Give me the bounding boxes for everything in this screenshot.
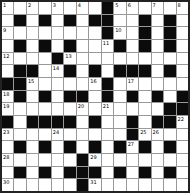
cell-r2c11[interactable] xyxy=(127,15,138,27)
cell-r2c1[interactable] xyxy=(2,15,13,27)
cell-r9c4[interactable] xyxy=(39,103,50,115)
cell-r12c2-black xyxy=(14,141,25,153)
cell-r3c15[interactable] xyxy=(177,27,188,39)
cell-r9c1[interactable]: 19 xyxy=(2,103,13,115)
cell-r12c13[interactable] xyxy=(152,141,163,153)
cell-r1c3[interactable]: 2 xyxy=(27,2,38,14)
cell-r3c4[interactable] xyxy=(39,27,50,39)
cell-r13c3[interactable] xyxy=(27,154,38,166)
cell-r11c2[interactable] xyxy=(14,129,25,141)
clue-number: 25 xyxy=(140,129,146,135)
cell-r2c15[interactable] xyxy=(177,15,188,27)
cell-r1c2[interactable] xyxy=(14,2,25,14)
cell-r10c10[interactable] xyxy=(114,116,125,128)
cell-r10c6-black xyxy=(64,116,75,128)
cell-r7c2-black xyxy=(14,78,25,90)
clue-number: 21 xyxy=(103,103,109,109)
cell-r15c13[interactable] xyxy=(152,179,163,191)
cell-r2c14-black xyxy=(164,15,175,27)
cell-r15c4[interactable] xyxy=(39,179,50,191)
cell-r6c9[interactable] xyxy=(102,65,113,77)
cell-r5c7[interactable] xyxy=(77,53,88,65)
cell-r2c10[interactable] xyxy=(114,15,125,27)
cell-r10c4-black xyxy=(39,116,50,128)
clue-number: 9 xyxy=(3,27,6,33)
cell-r8c3[interactable] xyxy=(27,91,38,103)
crossword-grid: 1234567891011121314151617181920212223242… xyxy=(0,0,190,193)
cell-r14c3[interactable] xyxy=(27,167,38,179)
clue-number: 23 xyxy=(3,129,9,135)
cell-r10c13-black xyxy=(152,116,163,128)
clue-number: 6 xyxy=(128,2,131,8)
cell-r14c15[interactable] xyxy=(177,167,188,179)
cell-r7c9-black xyxy=(102,78,113,90)
clue-number: 3 xyxy=(53,2,56,8)
cell-r7c14[interactable] xyxy=(164,78,175,90)
cell-r6c10-black xyxy=(114,65,125,77)
cell-r15c2[interactable] xyxy=(14,179,25,191)
cell-r12c7[interactable] xyxy=(77,141,88,153)
clue-number: 12 xyxy=(3,53,9,59)
cell-r9c7[interactable]: 20 xyxy=(77,103,88,115)
cell-r2c4-black xyxy=(39,15,50,27)
cell-r4c15[interactable] xyxy=(177,40,188,52)
cell-r15c6[interactable] xyxy=(64,179,75,191)
cell-r5c13[interactable] xyxy=(152,53,163,65)
cell-r11c13[interactable]: 26 xyxy=(152,129,163,141)
cell-r12c11[interactable]: 27 xyxy=(127,141,138,153)
cell-r5c9[interactable] xyxy=(102,53,113,65)
cell-r11c11-black xyxy=(127,129,138,141)
cell-r4c1[interactable] xyxy=(2,40,13,52)
cell-r1c11[interactable]: 6 xyxy=(127,2,138,14)
cell-r12c10-black xyxy=(114,141,125,153)
cell-r11c14[interactable] xyxy=(164,129,175,141)
clue-number: 14 xyxy=(53,65,59,71)
cell-r10c12[interactable] xyxy=(139,116,150,128)
cell-r9c11[interactable] xyxy=(127,103,138,115)
cell-r1c10[interactable]: 5 xyxy=(114,2,125,14)
clue-number: 10 xyxy=(115,27,121,33)
cell-r4c9[interactable]: 11 xyxy=(102,40,113,52)
clue-number: 20 xyxy=(78,103,84,109)
cell-r6c12-black xyxy=(139,65,150,77)
clue-number: 13 xyxy=(65,53,71,59)
cell-r7c4[interactable] xyxy=(39,78,50,90)
cell-r9c14-black xyxy=(164,103,175,115)
cell-r7c5[interactable] xyxy=(52,78,63,90)
cell-r9c8[interactable] xyxy=(89,103,100,115)
cell-r6c5[interactable]: 14 xyxy=(52,65,63,77)
cell-r1c7[interactable]: 4 xyxy=(77,2,88,14)
cell-r2c7[interactable] xyxy=(77,15,88,27)
cell-r6c8-black xyxy=(89,65,100,77)
cell-r1c12[interactable] xyxy=(139,2,150,14)
cell-r15c11[interactable] xyxy=(127,179,138,191)
cell-r14c12-black xyxy=(139,167,150,179)
cell-r4c12-black xyxy=(139,40,150,52)
cell-r7c11[interactable]: 17 xyxy=(127,78,138,90)
cell-r1c13[interactable]: 7 xyxy=(152,2,163,14)
clue-number: 28 xyxy=(3,154,9,160)
cell-r3c2[interactable] xyxy=(14,27,25,39)
cell-r15c12[interactable] xyxy=(139,179,150,191)
clue-number: 7 xyxy=(153,2,156,8)
cell-r5c15[interactable] xyxy=(177,53,188,65)
cell-r14c1[interactable] xyxy=(2,167,13,179)
cell-r13c2[interactable] xyxy=(14,154,25,166)
clue-number: 8 xyxy=(178,2,181,8)
cell-r9c15-black xyxy=(177,103,188,115)
clue-number: 18 xyxy=(3,91,9,97)
cell-r4c6-black xyxy=(64,40,75,52)
cell-r2c5[interactable] xyxy=(52,15,63,27)
cell-r9c2[interactable] xyxy=(14,103,25,115)
cell-r8c9-black xyxy=(102,91,113,103)
cell-r6c7[interactable] xyxy=(77,65,88,77)
cell-r9c5[interactable] xyxy=(52,103,63,115)
cell-r5c3[interactable] xyxy=(27,53,38,65)
cell-r4c3[interactable] xyxy=(27,40,38,52)
clue-number: 22 xyxy=(178,116,184,122)
cell-r3c13[interactable] xyxy=(152,27,163,39)
cell-r12c6-black xyxy=(64,141,75,153)
cell-r11c5[interactable]: 24 xyxy=(52,129,63,141)
cell-r9c13[interactable] xyxy=(152,103,163,115)
cell-r13c12[interactable] xyxy=(139,154,150,166)
cell-r4c14-black xyxy=(164,40,175,52)
clue-number: 5 xyxy=(115,2,118,8)
cell-r6c6-black xyxy=(64,65,75,77)
cell-r12c5[interactable] xyxy=(52,141,63,153)
cell-r14c6-black xyxy=(64,167,75,179)
cell-r3c12-black xyxy=(139,27,150,39)
cell-r2c9-black xyxy=(102,15,113,27)
cell-r2c13[interactable] xyxy=(152,15,163,27)
cell-r7c1-black xyxy=(2,78,13,90)
cell-r2c12-black xyxy=(139,15,150,27)
cell-r14c2-black xyxy=(14,167,25,179)
cell-r8c7-black xyxy=(77,91,88,103)
cell-r6c2-black xyxy=(14,65,25,77)
cell-r6c1[interactable] xyxy=(2,65,13,77)
cell-r12c1[interactable] xyxy=(2,141,13,153)
cell-r8c14[interactable] xyxy=(164,91,175,103)
cell-r14c13[interactable] xyxy=(152,167,163,179)
cell-r12c8-black xyxy=(89,141,100,153)
cell-r13c6[interactable] xyxy=(64,154,75,166)
cell-r11c15[interactable] xyxy=(177,129,188,141)
cell-r13c15[interactable] xyxy=(177,154,188,166)
cell-r6c15[interactable] xyxy=(177,65,188,77)
cell-r9c12[interactable] xyxy=(139,103,150,115)
clue-number: 27 xyxy=(128,141,134,147)
cell-r4c2-black xyxy=(14,40,25,52)
cell-r5c12[interactable] xyxy=(139,53,150,65)
cell-r12c9[interactable] xyxy=(102,141,113,153)
cell-r5c1[interactable]: 12 xyxy=(2,53,13,65)
cell-r15c1[interactable]: 30 xyxy=(2,179,13,191)
cell-r1c15[interactable]: 8 xyxy=(177,2,188,14)
cell-r2c6-black xyxy=(64,15,75,27)
clue-number: 1 xyxy=(3,2,6,8)
cell-r4c7[interactable] xyxy=(77,40,88,52)
cell-r5c2[interactable] xyxy=(14,53,25,65)
cell-r15c10[interactable] xyxy=(114,179,125,191)
cell-r3c7[interactable] xyxy=(77,27,88,39)
cell-r8c8[interactable] xyxy=(89,91,100,103)
cell-r11c3[interactable] xyxy=(27,129,38,141)
cell-r6c14-black xyxy=(164,65,175,77)
cell-r10c3-black xyxy=(27,116,38,128)
clue-number: 30 xyxy=(3,179,9,185)
cell-r8c5[interactable] xyxy=(52,91,63,103)
cell-r2c8-black xyxy=(89,15,100,27)
clue-number: 26 xyxy=(153,129,159,135)
cell-r11c7[interactable] xyxy=(77,129,88,141)
cell-r3c3[interactable] xyxy=(27,27,38,39)
cell-r2c2-black xyxy=(14,15,25,27)
cell-r14c9[interactable] xyxy=(102,167,113,179)
cell-r5c14[interactable] xyxy=(164,53,175,65)
cell-r15c7-black xyxy=(77,179,88,191)
cell-r14c4-black xyxy=(39,167,50,179)
cell-r14c7-black xyxy=(77,167,88,179)
cell-r11c1[interactable]: 23 xyxy=(2,129,13,141)
cell-r5c8[interactable] xyxy=(89,53,100,65)
cell-r14c11[interactable] xyxy=(127,167,138,179)
cell-r7c6[interactable] xyxy=(64,78,75,90)
cell-r3c5[interactable] xyxy=(52,27,63,39)
clue-number: 11 xyxy=(103,40,109,46)
cell-r10c1-black xyxy=(2,116,13,128)
cell-r11c9[interactable] xyxy=(102,129,113,141)
clue-number: 4 xyxy=(78,2,81,8)
cell-r10c9[interactable] xyxy=(102,116,113,128)
cell-r15c9[interactable] xyxy=(102,179,113,191)
cell-r5c4[interactable] xyxy=(39,53,50,65)
cell-r13c11[interactable] xyxy=(127,154,138,166)
cell-r12c4-black xyxy=(39,141,50,153)
cell-r7c10[interactable] xyxy=(114,78,125,90)
cell-r3c1[interactable]: 9 xyxy=(2,27,13,39)
cell-r6c4[interactable] xyxy=(39,65,50,77)
cell-r9c9[interactable]: 21 xyxy=(102,103,113,115)
cell-r10c8-black xyxy=(89,116,100,128)
cell-r1c5[interactable]: 3 xyxy=(52,2,63,14)
cell-r15c14[interactable] xyxy=(164,179,175,191)
clue-number: 17 xyxy=(128,78,134,84)
cell-r5c5-black xyxy=(52,53,63,65)
cell-r1c8[interactable] xyxy=(89,2,100,14)
cell-r7c15[interactable] xyxy=(177,78,188,90)
cell-r10c15[interactable]: 22 xyxy=(177,116,188,128)
cell-r1c1[interactable]: 1 xyxy=(2,2,13,14)
cell-r8c10[interactable] xyxy=(114,91,125,103)
cell-r1c14[interactable] xyxy=(164,2,175,14)
cell-r1c9-black xyxy=(102,2,113,14)
cell-r3c9-black xyxy=(102,27,113,39)
cell-r12c12-black xyxy=(139,141,150,153)
cell-r11c8[interactable] xyxy=(89,129,100,141)
cell-r8c15-black xyxy=(177,91,188,103)
cell-r13c7-black xyxy=(77,154,88,166)
cell-r14c8-black xyxy=(89,167,100,179)
cell-r13c4[interactable] xyxy=(39,154,50,166)
cell-r6c13[interactable] xyxy=(152,65,163,77)
cell-r12c14-black xyxy=(164,141,175,153)
cell-r3c11[interactable] xyxy=(127,27,138,39)
cell-r10c7[interactable] xyxy=(77,116,88,128)
cell-r4c11[interactable] xyxy=(127,40,138,52)
cell-r9c6[interactable] xyxy=(64,103,75,115)
clue-number: 2 xyxy=(28,2,31,8)
cell-r10c2[interactable] xyxy=(14,116,25,128)
cell-r8c13-black xyxy=(152,91,163,103)
cell-r3c8[interactable] xyxy=(89,27,100,39)
cell-r13c9[interactable] xyxy=(102,154,113,166)
cell-r11c12[interactable]: 25 xyxy=(139,129,150,141)
cell-r13c8[interactable]: 29 xyxy=(89,154,100,166)
cell-r13c5[interactable] xyxy=(52,154,63,166)
cell-r1c6[interactable] xyxy=(64,2,75,14)
cell-r11c4[interactable] xyxy=(39,129,50,141)
cell-r4c10-black xyxy=(114,40,125,52)
clue-number: 15 xyxy=(28,78,34,84)
cell-r7c8[interactable]: 16 xyxy=(89,78,100,90)
cell-r13c14[interactable] xyxy=(164,154,175,166)
cell-r11c6[interactable] xyxy=(64,129,75,141)
cell-r6c11-black xyxy=(127,65,138,77)
cell-r7c13[interactable] xyxy=(152,78,163,90)
cell-r15c8[interactable]: 31 xyxy=(89,179,100,191)
cell-r8c4-black xyxy=(39,91,50,103)
cell-r13c13[interactable] xyxy=(152,154,163,166)
cell-r5c10[interactable] xyxy=(114,53,125,65)
cell-r6c3-black xyxy=(27,65,38,77)
cell-r14c14-black xyxy=(164,167,175,179)
cell-r7c7[interactable] xyxy=(77,78,88,90)
cell-r15c5[interactable] xyxy=(52,179,63,191)
cell-r5c11[interactable] xyxy=(127,53,138,65)
cell-r15c15[interactable] xyxy=(177,179,188,191)
cell-r8c12[interactable] xyxy=(139,91,150,103)
cell-r3c6[interactable] xyxy=(64,27,75,39)
cell-r9c10[interactable] xyxy=(114,103,125,115)
cell-r8c11-black xyxy=(127,91,138,103)
cell-r9c3[interactable] xyxy=(27,103,38,115)
cell-r7c3[interactable]: 15 xyxy=(27,78,38,90)
clue-number: 24 xyxy=(53,129,59,135)
cell-r8c1[interactable]: 18 xyxy=(2,91,13,103)
cell-r14c10-black xyxy=(114,167,125,179)
cell-r4c13[interactable] xyxy=(152,40,163,52)
cell-r4c4-black xyxy=(39,40,50,52)
cell-r13c1[interactable]: 28 xyxy=(2,154,13,166)
cell-r1c4[interactable] xyxy=(39,2,50,14)
cell-r10c5-black xyxy=(52,116,63,128)
cell-r13c10[interactable] xyxy=(114,154,125,166)
clue-number: 31 xyxy=(90,179,96,185)
cell-r10c14-black xyxy=(164,116,175,128)
cell-r4c8[interactable] xyxy=(89,40,100,52)
cell-r2c3[interactable] xyxy=(27,15,38,27)
clue-number: 19 xyxy=(3,103,9,109)
clue-number: 29 xyxy=(90,154,96,160)
cell-r8c6-black xyxy=(64,91,75,103)
cell-r5c6[interactable]: 13 xyxy=(64,53,75,65)
cell-r12c3[interactable] xyxy=(27,141,38,153)
cell-r7c12[interactable] xyxy=(139,78,150,90)
cell-r14c5[interactable] xyxy=(52,167,63,179)
cell-r15c3[interactable] xyxy=(27,179,38,191)
cell-r4c5[interactable] xyxy=(52,40,63,52)
cell-r12c15[interactable] xyxy=(177,141,188,153)
cell-r3c14-black xyxy=(164,27,175,39)
cell-r11c10[interactable] xyxy=(114,129,125,141)
cell-r8c2-black xyxy=(14,91,25,103)
cell-r10c11-black xyxy=(127,116,138,128)
clue-number: 16 xyxy=(90,78,96,84)
cell-r3c10[interactable]: 10 xyxy=(114,27,125,39)
